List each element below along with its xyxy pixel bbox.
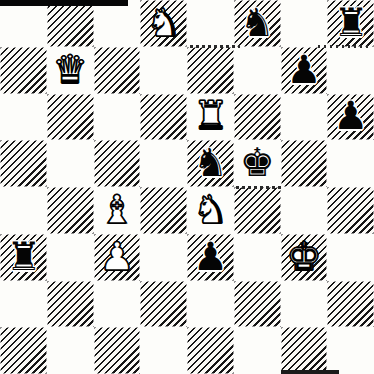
square-f5: ♚: [234, 140, 281, 187]
square-f2: [234, 281, 281, 328]
square-h8: ♜: [327, 0, 374, 47]
square-g1: [281, 327, 328, 374]
square-h1: [327, 327, 374, 374]
square-d3: [140, 234, 187, 281]
black-pawn-piece: ♟: [333, 96, 368, 135]
square-f7: [234, 47, 281, 94]
square-g8: [281, 0, 328, 47]
square-e2: [187, 281, 234, 328]
square-a5: [0, 140, 47, 187]
square-e7: [187, 47, 234, 94]
square-b8: [47, 0, 94, 47]
white-king-piece: ♚: [286, 237, 321, 276]
white-queen-piece: ♛: [53, 50, 88, 89]
square-g2: [281, 281, 328, 328]
print-artifact-halftone-dots: [236, 186, 282, 189]
square-e3: ♟: [187, 234, 234, 281]
white-knight-piece: ♞: [193, 190, 228, 229]
square-e6: ♜: [187, 94, 234, 141]
square-a6: [0, 94, 47, 141]
square-g3: ♚: [281, 234, 328, 281]
square-d5: [140, 140, 187, 187]
square-c4: ♝: [94, 187, 141, 234]
square-g7: ♟: [281, 47, 328, 94]
square-b6: [47, 94, 94, 141]
square-c7: [94, 47, 141, 94]
square-c2: [94, 281, 141, 328]
square-a7: [0, 47, 47, 94]
square-h5: [327, 140, 374, 187]
square-f3: [234, 234, 281, 281]
square-f6: [234, 94, 281, 141]
chess-diagram-scan: ♞♞♜♛♟♜♟♞♚♝♞♜♟♟♚: [0, 0, 374, 374]
square-e1: [187, 327, 234, 374]
square-c3: ♟: [94, 234, 141, 281]
square-b7: ♛: [47, 47, 94, 94]
square-e8: [187, 0, 234, 47]
square-h6: ♟: [327, 94, 374, 141]
print-artifact-top-bar: [0, 0, 128, 6]
black-king-piece: ♚: [240, 143, 275, 182]
square-a3: ♜: [0, 234, 47, 281]
square-d8: ♞: [140, 0, 187, 47]
square-h2: [327, 281, 374, 328]
square-a4: [0, 187, 47, 234]
square-c8: [94, 0, 141, 47]
square-b3: [47, 234, 94, 281]
square-d1: [140, 327, 187, 374]
square-c1: [94, 327, 141, 374]
square-f4: [234, 187, 281, 234]
black-rook-piece: ♜: [333, 3, 368, 42]
white-pawn-piece: ♟: [99, 237, 134, 276]
square-b1: [47, 327, 94, 374]
square-h3: [327, 234, 374, 281]
square-b5: [47, 140, 94, 187]
print-artifact-bottom-bar: [281, 370, 339, 374]
square-f1: [234, 327, 281, 374]
square-d7: [140, 47, 187, 94]
white-rook-piece: ♜: [193, 96, 228, 135]
print-artifact-halftone-dots: [190, 45, 244, 48]
square-d2: [140, 281, 187, 328]
square-f8: ♞: [234, 0, 281, 47]
square-a8: [0, 0, 47, 47]
black-pawn-piece: ♟: [193, 237, 228, 276]
square-c5: [94, 140, 141, 187]
square-g4: [281, 187, 328, 234]
square-g5: [281, 140, 328, 187]
black-knight-piece: ♞: [240, 3, 275, 42]
square-b4: [47, 187, 94, 234]
square-h7: [327, 47, 374, 94]
white-bishop-piece: ♝: [99, 190, 134, 229]
square-g6: [281, 94, 328, 141]
square-e5: ♞: [187, 140, 234, 187]
square-b2: [47, 281, 94, 328]
black-knight-piece: ♞: [193, 143, 228, 182]
white-knight-piece: ♞: [146, 3, 181, 42]
print-artifact-halftone-dots: [318, 45, 372, 48]
square-h4: [327, 187, 374, 234]
black-pawn-piece: ♟: [286, 50, 321, 89]
square-a1: [0, 327, 47, 374]
square-d6: [140, 94, 187, 141]
square-a2: [0, 281, 47, 328]
square-e4: ♞: [187, 187, 234, 234]
black-rook-piece: ♜: [6, 237, 41, 276]
square-d4: [140, 187, 187, 234]
square-c6: [94, 94, 141, 141]
chess-board: ♞♞♜♛♟♜♟♞♚♝♞♜♟♟♚: [0, 0, 374, 374]
